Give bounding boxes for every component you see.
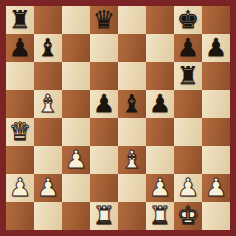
square-b8[interactable] xyxy=(34,6,62,34)
square-a6[interactable] xyxy=(6,62,34,90)
square-b1[interactable] xyxy=(34,202,62,230)
square-e2[interactable] xyxy=(118,174,146,202)
square-f3[interactable] xyxy=(146,146,174,174)
square-g2[interactable]: ♟ xyxy=(174,174,202,202)
piece-white-pawn-f2[interactable]: ♟ xyxy=(146,174,174,202)
piece-white-pawn-b2[interactable]: ♟ xyxy=(34,174,62,202)
piece-black-bishop-e5[interactable]: ♝ xyxy=(118,90,146,118)
square-c4[interactable] xyxy=(62,118,90,146)
square-f2[interactable]: ♟ xyxy=(146,174,174,202)
piece-white-queen-a4[interactable]: ♛ xyxy=(6,118,34,146)
square-g4[interactable] xyxy=(174,118,202,146)
piece-black-queen-d8[interactable]: ♛ xyxy=(90,6,118,34)
square-b2[interactable]: ♟ xyxy=(34,174,62,202)
square-a4[interactable]: ♛ xyxy=(6,118,34,146)
square-d6[interactable] xyxy=(90,62,118,90)
piece-white-rook-d1[interactable]: ♜ xyxy=(90,202,118,230)
square-h7[interactable]: ♟ xyxy=(202,34,230,62)
piece-black-pawn-g7[interactable]: ♟ xyxy=(174,34,202,62)
square-b6[interactable] xyxy=(34,62,62,90)
square-c2[interactable] xyxy=(62,174,90,202)
square-g7[interactable]: ♟ xyxy=(174,34,202,62)
square-g1[interactable]: ♚ xyxy=(174,202,202,230)
square-d5[interactable]: ♟ xyxy=(90,90,118,118)
square-h3[interactable] xyxy=(202,146,230,174)
square-a5[interactable] xyxy=(6,90,34,118)
square-c1[interactable] xyxy=(62,202,90,230)
square-h5[interactable] xyxy=(202,90,230,118)
square-c7[interactable] xyxy=(62,34,90,62)
square-f5[interactable]: ♟ xyxy=(146,90,174,118)
square-a8[interactable]: ♜ xyxy=(6,6,34,34)
square-d8[interactable]: ♛ xyxy=(90,6,118,34)
square-b3[interactable] xyxy=(34,146,62,174)
chess-board: ♜♛♚♟♝♟♟♜♝♟♝♟♛♟♝♟♟♟♟♟♜♜♚ xyxy=(6,6,230,230)
square-e8[interactable] xyxy=(118,6,146,34)
square-a3[interactable] xyxy=(6,146,34,174)
square-h8[interactable] xyxy=(202,6,230,34)
square-a1[interactable] xyxy=(6,202,34,230)
square-d4[interactable] xyxy=(90,118,118,146)
piece-white-bishop-b5[interactable]: ♝ xyxy=(34,90,62,118)
piece-black-king-g8[interactable]: ♚ xyxy=(174,6,202,34)
square-a2[interactable]: ♟ xyxy=(6,174,34,202)
square-a7[interactable]: ♟ xyxy=(6,34,34,62)
square-c8[interactable] xyxy=(62,6,90,34)
square-d3[interactable] xyxy=(90,146,118,174)
square-d2[interactable] xyxy=(90,174,118,202)
board-frame: ♜♛♚♟♝♟♟♜♝♟♝♟♛♟♝♟♟♟♟♟♜♜♚ xyxy=(0,0,236,236)
square-e7[interactable] xyxy=(118,34,146,62)
square-c6[interactable] xyxy=(62,62,90,90)
piece-black-pawn-a7[interactable]: ♟ xyxy=(6,34,34,62)
square-g3[interactable] xyxy=(174,146,202,174)
square-b7[interactable]: ♝ xyxy=(34,34,62,62)
piece-white-rook-f1[interactable]: ♜ xyxy=(146,202,174,230)
square-h2[interactable]: ♟ xyxy=(202,174,230,202)
square-e3[interactable]: ♝ xyxy=(118,146,146,174)
piece-black-pawn-d5[interactable]: ♟ xyxy=(90,90,118,118)
square-e1[interactable] xyxy=(118,202,146,230)
piece-white-bishop-e3[interactable]: ♝ xyxy=(118,146,146,174)
square-f4[interactable] xyxy=(146,118,174,146)
piece-white-pawn-a2[interactable]: ♟ xyxy=(6,174,34,202)
square-c5[interactable] xyxy=(62,90,90,118)
piece-white-king-g1[interactable]: ♚ xyxy=(174,202,202,230)
piece-black-rook-g6[interactable]: ♜ xyxy=(174,62,202,90)
square-h1[interactable] xyxy=(202,202,230,230)
piece-black-rook-a8[interactable]: ♜ xyxy=(6,6,34,34)
square-d7[interactable] xyxy=(90,34,118,62)
square-f7[interactable] xyxy=(146,34,174,62)
piece-black-bishop-b7[interactable]: ♝ xyxy=(34,34,62,62)
square-g5[interactable] xyxy=(174,90,202,118)
square-b5[interactable]: ♝ xyxy=(34,90,62,118)
piece-white-pawn-c3[interactable]: ♟ xyxy=(62,146,90,174)
square-h4[interactable] xyxy=(202,118,230,146)
square-b4[interactable] xyxy=(34,118,62,146)
square-d1[interactable]: ♜ xyxy=(90,202,118,230)
piece-white-pawn-g2[interactable]: ♟ xyxy=(174,174,202,202)
square-f1[interactable]: ♜ xyxy=(146,202,174,230)
piece-black-pawn-f5[interactable]: ♟ xyxy=(146,90,174,118)
square-f8[interactable] xyxy=(146,6,174,34)
square-h6[interactable] xyxy=(202,62,230,90)
square-c3[interactable]: ♟ xyxy=(62,146,90,174)
square-f6[interactable] xyxy=(146,62,174,90)
square-e6[interactable] xyxy=(118,62,146,90)
square-e4[interactable] xyxy=(118,118,146,146)
square-g6[interactable]: ♜ xyxy=(174,62,202,90)
square-g8[interactable]: ♚ xyxy=(174,6,202,34)
square-e5[interactable]: ♝ xyxy=(118,90,146,118)
piece-black-pawn-h7[interactable]: ♟ xyxy=(202,34,230,62)
piece-white-pawn-h2[interactable]: ♟ xyxy=(202,174,230,202)
